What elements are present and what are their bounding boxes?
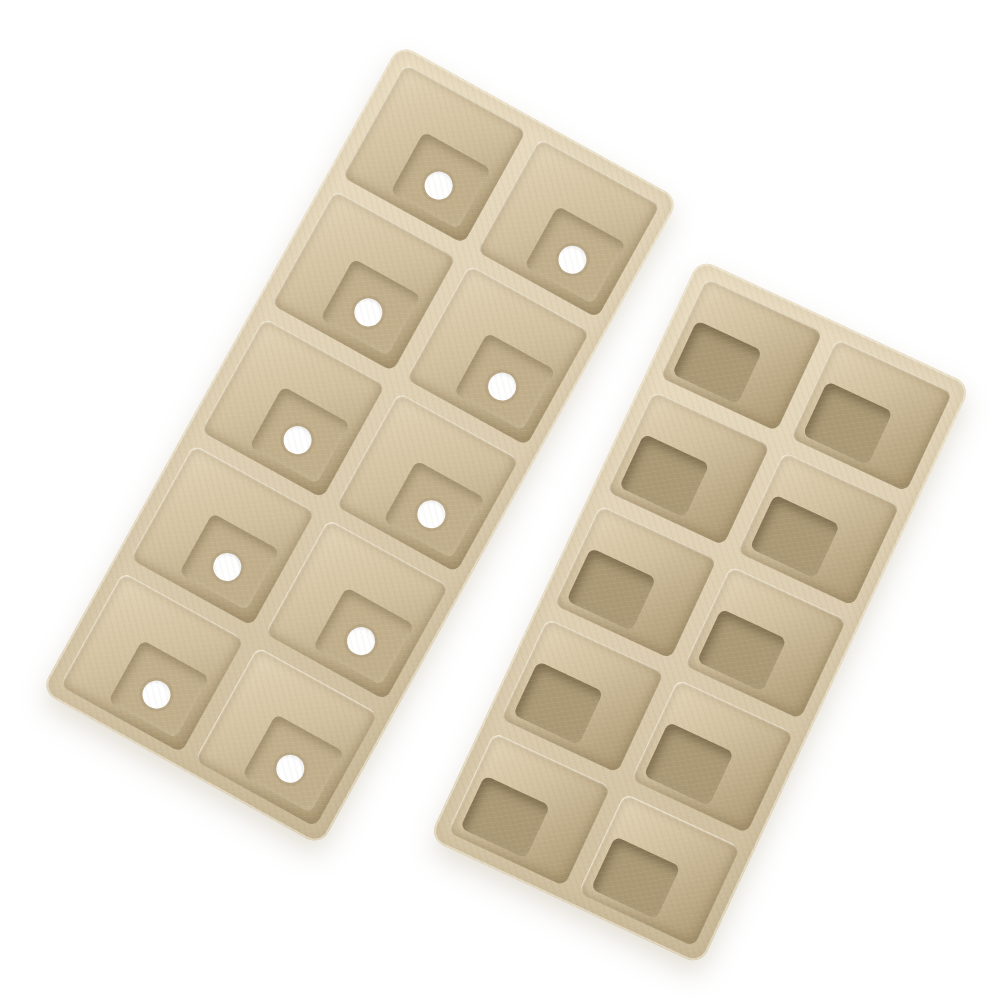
cell-floor	[249, 386, 350, 484]
drainage-hole	[349, 294, 387, 332]
cell-floor	[697, 609, 787, 692]
cell-floor	[179, 513, 280, 611]
product-photo	[0, 0, 1001, 1001]
drainage-hole	[413, 495, 451, 533]
drainage-hole	[208, 548, 246, 586]
cell-floor	[513, 662, 603, 745]
cell-floor	[108, 640, 209, 738]
cell-floor	[313, 587, 414, 685]
cell-floor	[460, 775, 550, 858]
drainage-hole	[278, 421, 316, 459]
drainage-hole	[137, 675, 175, 713]
cell-floor	[390, 132, 491, 230]
drainage-hole	[342, 622, 380, 660]
drainage-hole	[554, 241, 592, 279]
drainage-hole	[272, 749, 310, 787]
drainage-hole	[483, 368, 521, 406]
cell-floor	[525, 206, 626, 304]
cell-floor	[591, 836, 681, 919]
cell-floor	[454, 333, 555, 431]
drainage-hole	[419, 166, 457, 204]
cell-floor	[243, 715, 344, 813]
cell-floor	[320, 259, 421, 357]
cell-floor	[384, 460, 485, 558]
cell-floor	[566, 548, 656, 631]
cell-floor	[672, 321, 762, 404]
cell-floor	[619, 434, 709, 517]
cell-floor	[644, 722, 734, 805]
cell-floor	[803, 381, 893, 464]
cell-floor	[750, 495, 840, 578]
